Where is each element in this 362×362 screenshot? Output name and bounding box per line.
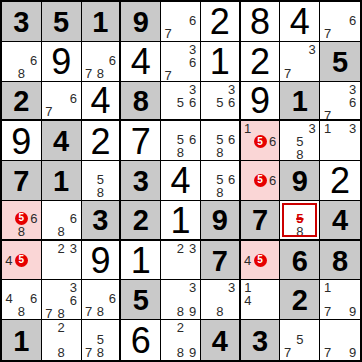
cell-r8c1[interactable]: 468 bbox=[2, 280, 42, 320]
solved-digit: 1 bbox=[131, 243, 151, 279]
empty-mark-slot bbox=[321, 14, 334, 27]
empty-mark-slot bbox=[162, 267, 174, 279]
candidate-5: 5 bbox=[294, 333, 306, 346]
cell-r7c4[interactable]: 1 bbox=[121, 241, 161, 281]
cell-r6c8[interactable]: 58 bbox=[280, 201, 320, 241]
solved-digit: 1 bbox=[210, 44, 230, 80]
empty-mark-slot bbox=[55, 281, 67, 294]
empty-mark-slot bbox=[254, 242, 267, 254]
empty-mark-slot bbox=[294, 56, 306, 67]
cell-r4c1[interactable]: 9 bbox=[2, 121, 42, 161]
cell-r2c4[interactable]: 4 bbox=[121, 42, 161, 82]
empty-mark-slot bbox=[43, 83, 55, 93]
candidate-marks: 568 bbox=[202, 162, 238, 199]
cell-r7c9[interactable]: 8 bbox=[320, 241, 360, 281]
empty-mark-slot bbox=[162, 133, 174, 146]
empty-mark-slot bbox=[174, 43, 186, 56]
solved-digit: 4 bbox=[170, 163, 190, 199]
empty-mark-slot bbox=[174, 69, 186, 82]
cell-r4c6[interactable]: 568 bbox=[201, 121, 241, 161]
candidate-5: 5 bbox=[94, 173, 106, 186]
solved-digit: 9 bbox=[250, 83, 270, 119]
cell-r7c2[interactable]: 23 bbox=[42, 241, 82, 281]
candidate-1: 1 bbox=[321, 122, 334, 135]
cell-r5c6[interactable]: 568 bbox=[201, 161, 241, 201]
empty-mark-slot bbox=[28, 67, 40, 80]
empty-mark-slot bbox=[254, 122, 267, 135]
empty-mark-slot bbox=[106, 333, 118, 346]
candidate-7: 7 bbox=[281, 67, 293, 80]
empty-mark-slot bbox=[281, 202, 293, 212]
cell-r4c9[interactable]: 13 bbox=[320, 121, 360, 161]
solved-digit: 1 bbox=[170, 203, 190, 239]
empty-mark-slot bbox=[162, 294, 174, 305]
candidate-9: 9 bbox=[346, 305, 359, 318]
cell-r9c1[interactable]: 1 bbox=[2, 320, 42, 360]
empty-mark-slot bbox=[346, 281, 359, 294]
candidate-6: 6 bbox=[226, 133, 238, 146]
candidate-marks: 468 bbox=[3, 281, 40, 318]
empty-mark-slot bbox=[306, 321, 318, 333]
candidate-marks: 23 bbox=[43, 242, 80, 279]
candidate-6: 6 bbox=[187, 56, 199, 69]
candidate-marks: 289 bbox=[162, 321, 199, 359]
cell-r7c8[interactable]: 6 bbox=[280, 241, 320, 281]
cell-r2c7[interactable]: 2 bbox=[241, 42, 281, 82]
empty-mark-slot bbox=[202, 83, 214, 96]
red-circle-highlight: 5 bbox=[254, 254, 267, 267]
candidate-6: 6 bbox=[187, 96, 199, 109]
cell-r6c7[interactable]: 7 bbox=[241, 201, 281, 241]
empty-mark-slot bbox=[43, 321, 55, 334]
empty-mark-slot bbox=[162, 305, 174, 318]
candidate-4: 4 bbox=[242, 294, 254, 307]
empty-mark-slot bbox=[202, 109, 214, 119]
candidate-7: 7 bbox=[321, 109, 334, 122]
candidate-3: 3 bbox=[187, 43, 199, 56]
cell-r3c7[interactable]: 9 bbox=[241, 82, 281, 122]
cell-r9c2[interactable]: 28 bbox=[42, 320, 82, 360]
empty-mark-slot bbox=[334, 334, 347, 346]
candidate-marks: 28 bbox=[43, 321, 80, 359]
empty-mark-slot bbox=[55, 267, 67, 279]
empty-mark-slot bbox=[242, 174, 254, 187]
empty-mark-slot bbox=[306, 148, 318, 161]
candidate-6: 6 bbox=[67, 92, 79, 105]
empty-mark-slot bbox=[187, 27, 199, 40]
cell-r5c5[interactable]: 4 bbox=[161, 161, 201, 201]
candidate-1: 1 bbox=[242, 122, 254, 135]
cell-r9c8[interactable]: 57 bbox=[280, 320, 320, 360]
candidate-2: 2 bbox=[55, 321, 67, 334]
cell-r4c8[interactable]: 358 bbox=[280, 121, 320, 161]
empty-mark-slot bbox=[334, 281, 347, 294]
candidate-6: 6 bbox=[67, 212, 79, 225]
cell-r6c1[interactable]: 568 bbox=[2, 201, 42, 241]
cell-r8c4[interactable]: 5 bbox=[121, 280, 161, 320]
candidate-marks: 367 bbox=[162, 43, 199, 80]
cell-r2c9[interactable]: 5 bbox=[320, 42, 360, 82]
empty-mark-slot bbox=[106, 43, 118, 54]
cell-r3c6[interactable]: 356 bbox=[201, 82, 241, 122]
cell-r8c6[interactable]: 38 bbox=[201, 280, 241, 320]
candidate-marks: 67 bbox=[162, 3, 199, 40]
given-digit: 4 bbox=[53, 127, 69, 156]
candidate-3: 3 bbox=[67, 242, 79, 255]
empty-mark-slot bbox=[266, 307, 278, 318]
empty-mark-slot bbox=[306, 67, 318, 80]
cell-r9c9[interactable]: 79 bbox=[320, 320, 360, 360]
empty-mark-slot bbox=[202, 133, 214, 146]
candidate-7: 7 bbox=[83, 346, 95, 359]
candidate-6: 6 bbox=[28, 54, 40, 67]
candidate-marks: 23 bbox=[162, 242, 199, 279]
candidate-6: 6 bbox=[226, 96, 238, 109]
cell-r1c5[interactable]: 67 bbox=[161, 2, 201, 42]
candidate-marks: 578 bbox=[83, 321, 119, 359]
candidate-8: 8 bbox=[55, 307, 67, 320]
cell-r6c4[interactable]: 2 bbox=[121, 201, 161, 241]
cell-r3c4[interactable]: 8 bbox=[121, 82, 161, 122]
empty-mark-slot bbox=[55, 83, 67, 93]
empty-mark-slot bbox=[43, 255, 55, 267]
candidate-2: 2 bbox=[174, 242, 186, 255]
empty-mark-slot bbox=[202, 186, 214, 199]
candidate-marks: 58 bbox=[83, 162, 119, 199]
candidate-7: 7 bbox=[43, 307, 55, 320]
cell-r2c3[interactable]: 678 bbox=[82, 42, 122, 82]
cell-r2c1[interactable]: 68 bbox=[2, 42, 42, 82]
sudoku-board: 3519672846768967843671237526748356356913… bbox=[0, 0, 362, 362]
given-digit: 9 bbox=[292, 167, 308, 196]
candidate-8: 8 bbox=[15, 305, 27, 318]
candidate-3: 3 bbox=[226, 83, 238, 96]
candidate-7: 7 bbox=[162, 27, 174, 40]
empty-mark-slot bbox=[55, 92, 67, 105]
red-circle-highlight: 5 bbox=[15, 212, 28, 225]
cell-r6c3[interactable]: 3 bbox=[82, 201, 122, 241]
candidate-6: 6 bbox=[106, 292, 118, 305]
empty-mark-slot bbox=[334, 346, 347, 359]
candidate-marks: 678 bbox=[83, 43, 119, 80]
cell-r4c3[interactable]: 2 bbox=[82, 121, 122, 161]
empty-mark-slot bbox=[94, 54, 106, 67]
empty-mark-slot bbox=[254, 281, 266, 294]
empty-mark-slot bbox=[334, 83, 347, 96]
candidate-8: 8 bbox=[55, 225, 67, 238]
cell-r1c7[interactable]: 8 bbox=[241, 2, 281, 42]
candidate-marks: 67 bbox=[43, 83, 80, 119]
given-digit: 3 bbox=[252, 327, 268, 356]
empty-mark-slot bbox=[187, 146, 199, 159]
empty-mark-slot bbox=[83, 173, 95, 186]
cell-r9c5[interactable]: 289 bbox=[161, 320, 201, 360]
cell-r1c8[interactable]: 4 bbox=[280, 2, 320, 42]
cell-r4c4[interactable]: 7 bbox=[121, 121, 161, 161]
cell-r4c2[interactable]: 4 bbox=[42, 121, 82, 161]
empty-mark-slot bbox=[306, 346, 318, 359]
cell-r8c5[interactable]: 389 bbox=[161, 280, 201, 320]
empty-mark-slot bbox=[334, 321, 347, 333]
empty-mark-slot bbox=[226, 294, 238, 305]
solved-digit: 4 bbox=[290, 4, 310, 40]
candidate-marks: 356 bbox=[202, 83, 238, 119]
candidate-6: 6 bbox=[187, 133, 199, 146]
candidate-3: 3 bbox=[187, 281, 199, 294]
empty-mark-slot bbox=[281, 148, 293, 161]
given-digit: 1 bbox=[13, 327, 29, 356]
cell-r3c9[interactable]: 367 bbox=[320, 82, 360, 122]
candidate-4: 4 bbox=[3, 292, 15, 305]
candidate-1: 1 bbox=[321, 281, 334, 294]
given-digit: 7 bbox=[252, 206, 268, 235]
cell-r7c3[interactable]: 9 bbox=[82, 241, 122, 281]
red-circle-highlight: 5 bbox=[254, 174, 267, 187]
empty-mark-slot bbox=[346, 109, 359, 122]
cell-r6c2[interactable]: 68 bbox=[42, 201, 82, 241]
candidate-3: 3 bbox=[346, 83, 359, 96]
cell-r1c4[interactable]: 9 bbox=[121, 2, 161, 42]
candidate-marks: 45 bbox=[242, 242, 279, 279]
empty-mark-slot bbox=[254, 267, 267, 279]
empty-mark-slot bbox=[306, 135, 318, 148]
empty-mark-slot bbox=[162, 96, 174, 109]
empty-mark-slot bbox=[187, 255, 199, 267]
cell-r8c2[interactable]: 3678 bbox=[42, 280, 82, 320]
empty-mark-slot bbox=[28, 267, 40, 279]
empty-mark-slot bbox=[162, 83, 174, 96]
empty-mark-slot bbox=[43, 212, 55, 225]
given-digit: 2 bbox=[133, 206, 149, 235]
cell-r5c3[interactable]: 58 bbox=[82, 161, 122, 201]
candidate-marks: 156 bbox=[242, 122, 279, 159]
cell-r5c7[interactable]: 56 bbox=[241, 161, 281, 201]
empty-mark-slot bbox=[3, 267, 15, 279]
cell-r4c5[interactable]: 568 bbox=[161, 121, 201, 161]
empty-mark-slot bbox=[187, 267, 199, 279]
empty-mark-slot bbox=[242, 148, 254, 159]
red-circle-highlight: 5 bbox=[15, 254, 28, 267]
cell-r8c3[interactable]: 678 bbox=[82, 280, 122, 320]
candidate-marks: 568 bbox=[162, 122, 199, 159]
given-digit: 2 bbox=[13, 87, 29, 116]
empty-mark-slot bbox=[3, 43, 15, 54]
empty-mark-slot bbox=[294, 43, 306, 56]
candidate-8: 8 bbox=[55, 346, 67, 359]
empty-mark-slot bbox=[67, 321, 79, 334]
candidate-marks: 13 bbox=[321, 122, 359, 159]
empty-mark-slot bbox=[162, 146, 174, 159]
cell-r7c6[interactable]: 7 bbox=[201, 241, 241, 281]
cell-r7c7[interactable]: 45 bbox=[241, 241, 281, 281]
empty-mark-slot bbox=[202, 162, 214, 173]
solved-digit: 2 bbox=[90, 124, 110, 160]
empty-mark-slot bbox=[106, 346, 118, 359]
candidate-8: 8 bbox=[214, 305, 226, 318]
cell-r7c5[interactable]: 23 bbox=[161, 241, 201, 281]
solved-digit: 4 bbox=[90, 83, 110, 119]
solved-digit: 2 bbox=[210, 4, 230, 40]
candidate-marks: 58 bbox=[281, 202, 318, 238]
given-digit: 9 bbox=[212, 206, 228, 235]
empty-mark-slot bbox=[162, 346, 174, 359]
empty-mark-slot bbox=[106, 305, 118, 318]
empty-mark-slot bbox=[94, 281, 106, 292]
empty-mark-slot bbox=[281, 225, 293, 238]
empty-mark-slot bbox=[334, 3, 347, 14]
candidate-marks: 568 bbox=[202, 122, 238, 159]
empty-mark-slot bbox=[43, 334, 55, 346]
empty-mark-slot bbox=[281, 122, 293, 135]
cell-r7c1[interactable]: 45 bbox=[2, 241, 42, 281]
candidate-6: 6 bbox=[67, 294, 79, 307]
candidate-6: 6 bbox=[267, 174, 279, 187]
solved-digit: 9 bbox=[51, 44, 71, 80]
given-digit: 8 bbox=[133, 87, 149, 116]
candidate-5: 5 bbox=[174, 96, 186, 109]
cell-r5c1[interactable]: 7 bbox=[2, 161, 42, 201]
empty-mark-slot bbox=[242, 162, 254, 174]
solved-digit: 7 bbox=[131, 124, 151, 160]
candidate-marks: 68 bbox=[3, 43, 40, 80]
cell-r2c8[interactable]: 37 bbox=[280, 42, 320, 82]
cell-r6c9[interactable]: 4 bbox=[320, 201, 360, 241]
empty-mark-slot bbox=[254, 294, 266, 307]
candidate-2: 2 bbox=[174, 321, 186, 334]
empty-mark-slot bbox=[334, 147, 347, 159]
cell-r3c3[interactable]: 4 bbox=[82, 82, 122, 122]
empty-mark-slot bbox=[83, 321, 95, 333]
empty-mark-slot bbox=[67, 267, 79, 279]
cell-r1c3[interactable]: 1 bbox=[82, 2, 122, 42]
empty-mark-slot bbox=[334, 294, 347, 305]
empty-mark-slot bbox=[346, 27, 359, 40]
candidate-9: 9 bbox=[187, 346, 199, 359]
empty-mark-slot bbox=[15, 54, 27, 67]
cell-r6c6[interactable]: 9 bbox=[201, 201, 241, 241]
candidate-6: 6 bbox=[267, 135, 279, 148]
empty-mark-slot bbox=[334, 27, 347, 40]
cell-r1c1[interactable]: 3 bbox=[2, 2, 42, 42]
empty-mark-slot bbox=[226, 109, 238, 119]
candidate-marks: 57 bbox=[281, 321, 318, 359]
cell-r9c3[interactable]: 578 bbox=[82, 320, 122, 360]
empty-mark-slot bbox=[321, 96, 334, 109]
given-digit: 3 bbox=[92, 206, 108, 235]
cell-r3c8[interactable]: 1 bbox=[280, 82, 320, 122]
empty-mark-slot bbox=[202, 146, 214, 159]
candidate-marks: 356 bbox=[162, 83, 199, 119]
empty-mark-slot bbox=[242, 267, 254, 279]
empty-mark-slot bbox=[67, 346, 79, 359]
candidate-3: 3 bbox=[306, 122, 318, 135]
candidate-8: 8 bbox=[94, 305, 106, 318]
cell-r6c5[interactable]: 1 bbox=[161, 201, 201, 241]
cell-r1c9[interactable]: 67 bbox=[320, 2, 360, 42]
candidate-7: 7 bbox=[43, 105, 55, 118]
cell-r8c8[interactable]: 2 bbox=[280, 280, 320, 320]
candidate-8: 8 bbox=[214, 186, 226, 199]
cell-r8c7[interactable]: 14 bbox=[241, 280, 281, 320]
empty-mark-slot bbox=[321, 321, 334, 333]
empty-mark-slot bbox=[43, 225, 55, 238]
candidate-8: 8 bbox=[94, 346, 106, 359]
empty-mark-slot bbox=[334, 96, 347, 109]
candidate-marks: 179 bbox=[321, 281, 359, 318]
cell-r5c9[interactable]: 2 bbox=[320, 161, 360, 201]
empty-mark-slot bbox=[254, 162, 267, 174]
empty-mark-slot bbox=[174, 109, 186, 119]
empty-mark-slot bbox=[106, 162, 118, 173]
candidate-marks: 67 bbox=[321, 3, 359, 40]
candidate-7: 7 bbox=[83, 305, 95, 318]
candidate-marks: 79 bbox=[321, 321, 359, 359]
cell-r5c8[interactable]: 9 bbox=[280, 161, 320, 201]
solved-digit: 2 bbox=[330, 163, 350, 199]
cell-r3c5[interactable]: 356 bbox=[161, 82, 201, 122]
candidate-5: 5 bbox=[214, 173, 226, 186]
empty-mark-slot bbox=[267, 267, 279, 279]
cell-r9c6[interactable]: 4 bbox=[201, 320, 241, 360]
given-digit: 5 bbox=[53, 8, 69, 37]
empty-mark-slot bbox=[3, 225, 15, 238]
cell-r3c1[interactable]: 2 bbox=[2, 82, 42, 122]
empty-mark-slot bbox=[242, 242, 254, 254]
empty-mark-slot bbox=[15, 202, 28, 212]
cell-r5c2[interactable]: 1 bbox=[42, 161, 82, 201]
empty-mark-slot bbox=[202, 294, 214, 305]
candidate-6: 6 bbox=[28, 212, 40, 225]
candidate-9: 9 bbox=[346, 346, 359, 359]
empty-mark-slot bbox=[55, 202, 67, 212]
candidate-7: 7 bbox=[83, 67, 95, 80]
empty-mark-slot bbox=[202, 305, 214, 318]
empty-mark-slot bbox=[174, 267, 186, 279]
cell-r9c7[interactable]: 3 bbox=[241, 320, 281, 360]
given-digit: 5 bbox=[332, 48, 348, 77]
cell-r4c7[interactable]: 156 bbox=[241, 121, 281, 161]
empty-mark-slot bbox=[15, 267, 28, 279]
candidate-marks: 68 bbox=[43, 202, 80, 238]
empty-mark-slot bbox=[162, 3, 174, 14]
cell-r2c2[interactable]: 9 bbox=[42, 42, 82, 82]
cell-r1c6[interactable]: 2 bbox=[201, 2, 241, 42]
empty-mark-slot bbox=[94, 43, 106, 54]
candidate-6: 6 bbox=[346, 96, 359, 109]
given-digit: 1 bbox=[292, 87, 308, 116]
cell-r8c9[interactable]: 179 bbox=[320, 280, 360, 320]
cell-r2c6[interactable]: 1 bbox=[201, 42, 241, 82]
cell-r2c5[interactable]: 367 bbox=[161, 42, 201, 82]
empty-mark-slot bbox=[187, 109, 199, 119]
given-digit: 1 bbox=[92, 8, 108, 37]
candidate-8: 8 bbox=[94, 67, 106, 80]
candidate-7: 7 bbox=[321, 27, 334, 40]
solved-digit: 4 bbox=[131, 44, 151, 80]
cell-r5c4[interactable]: 3 bbox=[121, 161, 161, 201]
cell-r3c2[interactable]: 67 bbox=[42, 82, 82, 122]
empty-mark-slot bbox=[28, 225, 40, 238]
cell-r9c4[interactable]: 6 bbox=[121, 320, 161, 360]
empty-mark-slot bbox=[28, 254, 40, 267]
cell-r1c2[interactable]: 5 bbox=[42, 2, 82, 42]
empty-mark-slot bbox=[226, 305, 238, 318]
empty-mark-slot bbox=[306, 333, 318, 346]
candidate-6: 6 bbox=[187, 14, 199, 27]
empty-mark-slot bbox=[306, 212, 318, 225]
empty-mark-slot bbox=[334, 305, 347, 318]
empty-mark-slot bbox=[3, 67, 15, 80]
